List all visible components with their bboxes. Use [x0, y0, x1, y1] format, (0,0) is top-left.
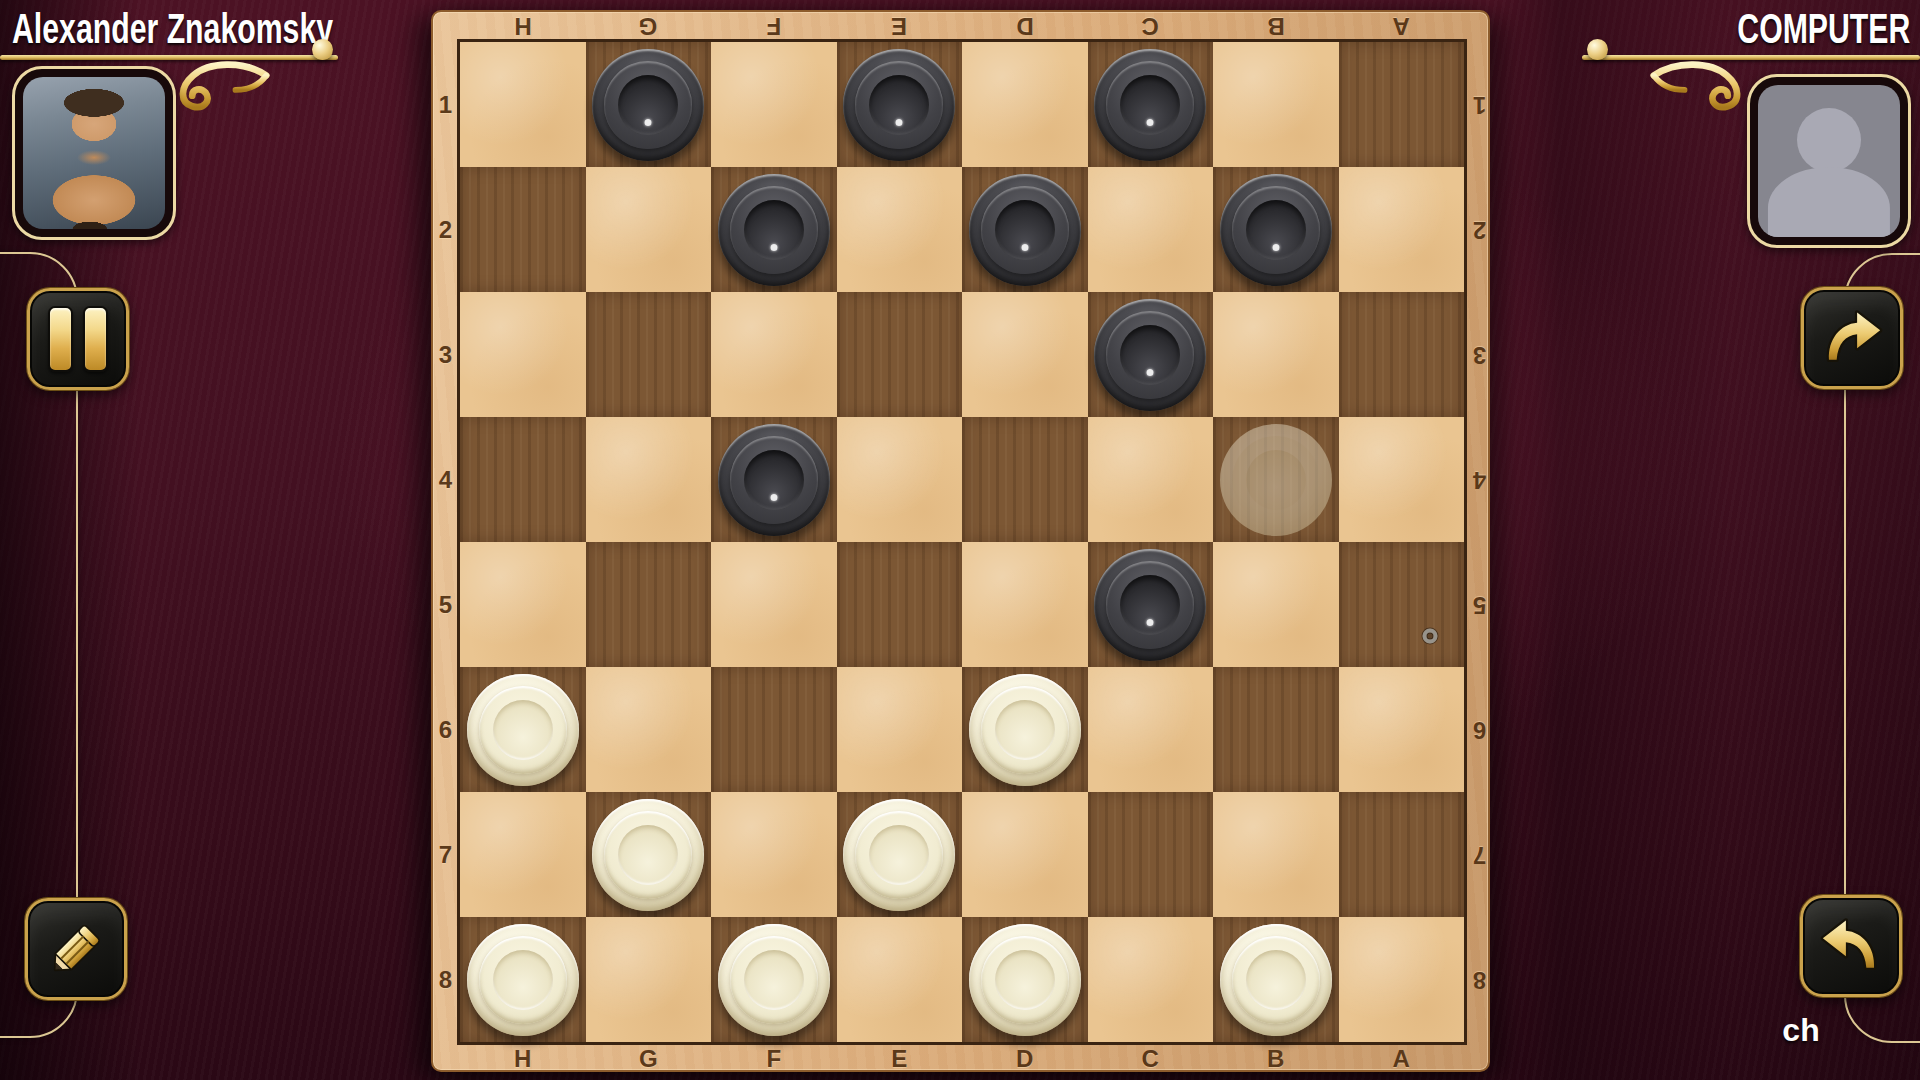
square-E7[interactable]: [837, 792, 963, 917]
player-photo: [23, 77, 165, 229]
square-G4: [586, 417, 712, 542]
player-name-left: Alexander Znakomsky: [12, 5, 333, 53]
square-B8[interactable]: [1213, 917, 1339, 1042]
square-C5[interactable]: [1088, 542, 1214, 667]
coord-label-top-F: F: [754, 13, 794, 39]
player-avatar-left: [12, 66, 176, 240]
gold-flourish-icon: [172, 60, 272, 114]
coord-label-top-H: H: [503, 13, 543, 39]
ghost-piece-b4: [1220, 424, 1332, 536]
coord-label-right-7: 7: [1468, 842, 1491, 868]
square-E3[interactable]: [837, 292, 963, 417]
square-F3: [711, 292, 837, 417]
square-F6[interactable]: [711, 667, 837, 792]
square-C1[interactable]: [1088, 42, 1214, 167]
black-piece-f4[interactable]: [718, 424, 830, 536]
black-piece-g1[interactable]: [592, 49, 704, 161]
black-piece-f2[interactable]: [718, 174, 830, 286]
white-piece-d6[interactable]: [969, 674, 1081, 786]
coord-label-top-E: E: [879, 13, 919, 39]
underline-ball-right: [1587, 39, 1608, 60]
square-E6: [837, 667, 963, 792]
square-G7[interactable]: [586, 792, 712, 917]
square-E8: [837, 917, 963, 1042]
square-E5[interactable]: [837, 542, 963, 667]
coord-label-left-4: 4: [434, 467, 457, 493]
game-screen: Alexander Znakomsky COMPUTER: [0, 0, 1920, 1080]
square-G5[interactable]: [586, 542, 712, 667]
white-piece-h6[interactable]: [467, 674, 579, 786]
coord-label-left-5: 5: [434, 592, 457, 618]
pencil-icon: [43, 916, 109, 982]
square-D8[interactable]: [962, 917, 1088, 1042]
white-piece-d8[interactable]: [969, 924, 1081, 1036]
square-C3[interactable]: [1088, 292, 1214, 417]
coord-label-right-8: 8: [1468, 967, 1491, 993]
coord-label-right-3: 3: [1468, 342, 1491, 368]
black-piece-c1[interactable]: [1094, 49, 1206, 161]
square-F1: [711, 42, 837, 167]
coord-label-bottom-G: G: [628, 1045, 668, 1072]
square-G3[interactable]: [586, 292, 712, 417]
square-F4[interactable]: [711, 417, 837, 542]
player-underline-right: [1582, 55, 1920, 60]
square-H6[interactable]: [460, 667, 586, 792]
square-B4[interactable]: [1213, 417, 1339, 542]
coord-label-left-1: 1: [434, 92, 457, 118]
share-button[interactable]: [1801, 287, 1903, 389]
square-G8: [586, 917, 712, 1042]
undo-button[interactable]: [1800, 895, 1902, 997]
square-B1: [1213, 42, 1339, 167]
square-E2: [837, 167, 963, 292]
square-H8[interactable]: [460, 917, 586, 1042]
coord-label-right-1: 1: [1468, 92, 1491, 118]
coord-label-left-2: 2: [434, 217, 457, 243]
square-A2: [1339, 167, 1465, 292]
square-F5: [711, 542, 837, 667]
coord-label-right-2: 2: [1468, 217, 1491, 243]
share-arrow-icon: [1820, 306, 1884, 370]
square-C4: [1088, 417, 1214, 542]
square-A1[interactable]: [1339, 42, 1465, 167]
silhouette-head: [1797, 108, 1861, 172]
square-A7[interactable]: [1339, 792, 1465, 917]
coord-label-right-5: 5: [1468, 592, 1491, 618]
black-piece-d2[interactable]: [969, 174, 1081, 286]
coord-label-bottom-E: E: [879, 1045, 919, 1072]
player-name-right: COMPUTER: [1737, 5, 1910, 53]
square-H5: [460, 542, 586, 667]
coord-label-bottom-H: H: [503, 1045, 543, 1072]
board-grid: [457, 39, 1467, 1045]
square-D2[interactable]: [962, 167, 1088, 292]
square-B5: [1213, 542, 1339, 667]
pause-icon: [43, 306, 113, 372]
black-piece-b2[interactable]: [1220, 174, 1332, 286]
square-E1[interactable]: [837, 42, 963, 167]
square-B7: [1213, 792, 1339, 917]
square-C6: [1088, 667, 1214, 792]
square-E4: [837, 417, 963, 542]
square-C8: [1088, 917, 1214, 1042]
gold-flourish-icon: [1648, 60, 1748, 114]
pause-button[interactable]: [27, 288, 129, 390]
square-D6[interactable]: [962, 667, 1088, 792]
coord-label-bottom-F: F: [754, 1045, 794, 1072]
square-F7: [711, 792, 837, 917]
square-A3[interactable]: [1339, 292, 1465, 417]
coord-label-bottom-B: B: [1256, 1045, 1296, 1072]
move-hint-dot[interactable]: [1423, 628, 1438, 643]
square-A4: [1339, 417, 1465, 542]
edit-button[interactable]: [25, 898, 127, 1000]
coord-label-right-6: 6: [1468, 717, 1491, 743]
square-D1: [962, 42, 1088, 167]
square-B3: [1213, 292, 1339, 417]
coord-label-right-4: 4: [1468, 467, 1491, 493]
player-underline-left: [0, 55, 338, 60]
checkers-board: HHGGFFEEDDCCBBAA1122334455667788: [431, 10, 1490, 1072]
square-H7: [460, 792, 586, 917]
square-D5: [962, 542, 1088, 667]
square-A6: [1339, 667, 1465, 792]
square-F2[interactable]: [711, 167, 837, 292]
status-text: ch: [1756, 1012, 1846, 1049]
coord-label-left-8: 8: [434, 967, 457, 993]
coord-label-top-C: C: [1130, 13, 1170, 39]
coord-label-top-A: A: [1381, 13, 1421, 39]
square-H1: [460, 42, 586, 167]
computer-avatar: [1747, 74, 1911, 248]
coord-label-top-D: D: [1005, 13, 1045, 39]
undo-arrow-icon: [1819, 914, 1883, 978]
square-G1[interactable]: [586, 42, 712, 167]
coord-label-top-G: G: [628, 13, 668, 39]
square-H2[interactable]: [460, 167, 586, 292]
square-G6: [586, 667, 712, 792]
silhouette-body: [1768, 167, 1890, 237]
square-A5[interactable]: [1339, 542, 1465, 667]
square-B6[interactable]: [1213, 667, 1339, 792]
coord-label-bottom-D: D: [1005, 1045, 1045, 1072]
white-piece-b8[interactable]: [1220, 924, 1332, 1036]
coord-label-left-6: 6: [434, 717, 457, 743]
square-A8: [1339, 917, 1465, 1042]
square-D4[interactable]: [962, 417, 1088, 542]
square-C2: [1088, 167, 1214, 292]
coord-label-left-7: 7: [434, 842, 457, 868]
white-piece-e7[interactable]: [843, 799, 955, 911]
square-H3: [460, 292, 586, 417]
coord-label-top-B: B: [1256, 13, 1296, 39]
square-D3: [962, 292, 1088, 417]
avatar-placeholder: [1758, 85, 1900, 237]
underline-ball-left: [312, 39, 333, 60]
square-C7[interactable]: [1088, 792, 1214, 917]
square-B2[interactable]: [1213, 167, 1339, 292]
black-piece-c5[interactable]: [1094, 549, 1206, 661]
square-F8[interactable]: [711, 917, 837, 1042]
black-piece-c3[interactable]: [1094, 299, 1206, 411]
square-G2: [586, 167, 712, 292]
black-piece-e1[interactable]: [843, 49, 955, 161]
white-piece-g7[interactable]: [592, 799, 704, 911]
coord-label-bottom-A: A: [1381, 1045, 1421, 1072]
coord-label-bottom-C: C: [1130, 1045, 1170, 1072]
white-piece-h8[interactable]: [467, 924, 579, 1036]
coord-label-left-3: 3: [434, 342, 457, 368]
white-piece-f8[interactable]: [718, 924, 830, 1036]
square-H4[interactable]: [460, 417, 586, 542]
square-D7: [962, 792, 1088, 917]
